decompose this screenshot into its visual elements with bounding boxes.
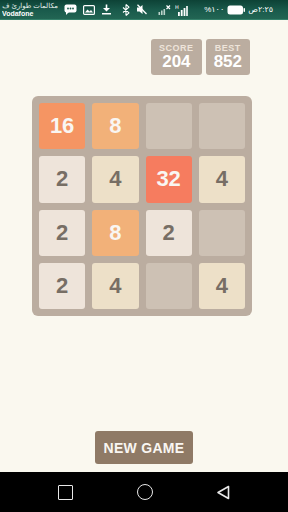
- notification-text: مكالمات طوارئ ف...: [2, 2, 58, 10]
- tile-4: 4: [199, 263, 245, 309]
- empty-cell: [199, 210, 245, 256]
- tile-2: 2: [39, 210, 85, 256]
- best-box: BEST 852: [206, 39, 250, 75]
- status-bar: مكالمات طوارئ ف... Vodafone: [0, 0, 288, 20]
- tile-16: 16: [39, 103, 85, 149]
- screenshot-icon: [83, 5, 95, 15]
- battery-icon: [227, 5, 245, 15]
- tile-8: 8: [92, 210, 138, 256]
- tile-4: 4: [199, 156, 245, 202]
- clock-time: ٢:٢٥ص: [248, 5, 273, 14]
- mute-icon: [136, 4, 148, 15]
- carrier-text: مكالمات طوارئ ف... Vodafone: [2, 2, 58, 18]
- back-triangle-icon[interactable]: [216, 485, 230, 500]
- empty-cell: [146, 103, 192, 149]
- download-icon: [101, 4, 112, 15]
- tile-2: 2: [146, 210, 192, 256]
- carrier-name: Vodafone: [2, 10, 58, 18]
- tile-4: 4: [92, 156, 138, 202]
- new-game-button[interactable]: NEW GAME: [95, 431, 193, 464]
- no-signal-icon: [158, 4, 171, 15]
- empty-cell: [146, 263, 192, 309]
- tile-8: 8: [92, 103, 138, 149]
- board[interactable]: 16824324282244: [32, 96, 252, 316]
- tile-4: 4: [92, 263, 138, 309]
- tile-2: 2: [39, 156, 85, 202]
- tile-32: 32: [146, 156, 192, 202]
- score-value: 204: [162, 53, 190, 71]
- bluetooth-icon: [122, 4, 130, 16]
- network-type-glyph: H: [175, 4, 179, 10]
- signal-strength-icon: H: [175, 4, 188, 16]
- recents-square-icon[interactable]: [58, 485, 73, 500]
- chat-bubble-icon: [64, 4, 77, 15]
- best-value: 852: [214, 53, 242, 71]
- scoreboard: SCORE 204 BEST 852: [151, 39, 250, 75]
- battery-percent: ١٠٠%: [204, 5, 224, 14]
- android-nav-bar: [0, 472, 288, 512]
- empty-cell: [199, 103, 245, 149]
- score-box: SCORE 204: [151, 39, 202, 75]
- home-circle-icon[interactable]: [137, 484, 153, 500]
- tile-2: 2: [39, 263, 85, 309]
